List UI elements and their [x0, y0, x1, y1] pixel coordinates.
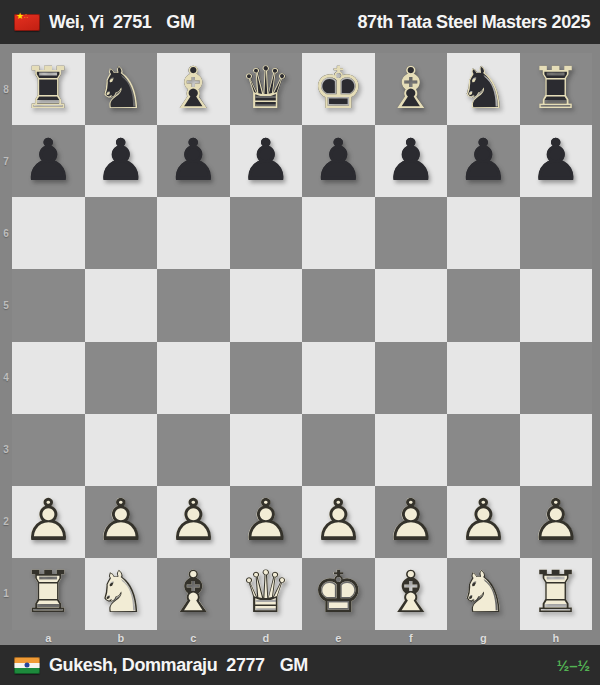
white-rook-icon: ♜♖ [520, 558, 593, 630]
file-label-g: g [447, 630, 520, 645]
square-a6 [12, 197, 85, 269]
square-b8: ♞♘ [85, 53, 158, 125]
white-pawn-icon: ♟♙ [157, 486, 230, 558]
square-d6 [230, 197, 303, 269]
square-e2: ♟♙ [302, 486, 375, 558]
black-bishop-icon: ♝♗ [157, 53, 230, 125]
bottom-player-info: Gukesh, Dommaraju 2777 GM [49, 655, 308, 676]
square-f7: ♟♙ [375, 125, 448, 197]
square-f8: ♝♗ [375, 53, 448, 125]
square-b6 [85, 197, 158, 269]
bottom-player-title: GM [280, 655, 308, 676]
white-pawn-icon: ♟♙ [85, 486, 158, 558]
rank-label-2: 2 [0, 486, 12, 558]
square-g7: ♟♙ [447, 125, 520, 197]
white-rook-icon: ♜♖ [12, 558, 85, 630]
black-pawn-icon: ♟♙ [157, 125, 230, 197]
square-d4 [230, 342, 303, 414]
rank-label-5: 5 [0, 269, 12, 341]
square-b3 [85, 414, 158, 486]
square-b5 [85, 269, 158, 341]
square-d5 [230, 269, 303, 341]
square-e5 [302, 269, 375, 341]
white-pawn-icon: ♟♙ [12, 486, 85, 558]
square-c4 [157, 342, 230, 414]
file-label-b: b [85, 630, 158, 645]
game-result: ½–½ [557, 657, 590, 674]
square-h7: ♟♙ [520, 125, 593, 197]
top-player-rating: 2751 [113, 12, 151, 33]
file-label-f: f [375, 630, 448, 645]
square-e7: ♟♙ [302, 125, 375, 197]
square-c2: ♟♙ [157, 486, 230, 558]
square-f2: ♟♙ [375, 486, 448, 558]
square-h5 [520, 269, 593, 341]
white-pawn-icon: ♟♙ [447, 486, 520, 558]
square-b4 [85, 342, 158, 414]
square-d2: ♟♙ [230, 486, 303, 558]
rank-label-7: 7 [0, 125, 12, 197]
black-rook-icon: ♜♖ [520, 53, 593, 125]
file-label-e: e [302, 630, 375, 645]
square-c3 [157, 414, 230, 486]
event-title: 87th Tata Steel Masters 2025 [357, 12, 590, 33]
black-king-icon: ♚♔ [302, 53, 375, 125]
rank-label-3: 3 [0, 414, 12, 486]
white-knight-icon: ♞♘ [85, 558, 158, 630]
rank-label-4: 4 [0, 342, 12, 414]
india-flag-icon [14, 657, 40, 674]
black-queen-icon: ♛♕ [230, 53, 303, 125]
square-b7: ♟♙ [85, 125, 158, 197]
top-player-title: GM [166, 12, 194, 33]
square-c5 [157, 269, 230, 341]
china-flag-icon [14, 14, 40, 31]
square-h2: ♟♙ [520, 486, 593, 558]
square-f6 [375, 197, 448, 269]
square-e1: ♚♔ [302, 558, 375, 630]
square-h1: ♜♖ [520, 558, 593, 630]
square-d7: ♟♙ [230, 125, 303, 197]
square-g4 [447, 342, 520, 414]
square-a3 [12, 414, 85, 486]
black-pawn-icon: ♟♙ [12, 125, 85, 197]
white-pawn-icon: ♟♙ [230, 486, 303, 558]
square-h8: ♜♖ [520, 53, 593, 125]
file-label-h: h [520, 630, 593, 645]
square-g5 [447, 269, 520, 341]
square-g2: ♟♙ [447, 486, 520, 558]
square-c6 [157, 197, 230, 269]
white-king-icon: ♚♔ [302, 558, 375, 630]
square-a2: ♟♙ [12, 486, 85, 558]
square-e6 [302, 197, 375, 269]
square-e4 [302, 342, 375, 414]
square-a8: ♜♖ [12, 53, 85, 125]
square-e3 [302, 414, 375, 486]
square-a5 [12, 269, 85, 341]
file-labels: abcdefgh [12, 630, 592, 645]
square-g6 [447, 197, 520, 269]
square-g3 [447, 414, 520, 486]
square-c7: ♟♙ [157, 125, 230, 197]
square-g1: ♞♘ [447, 558, 520, 630]
square-f1: ♝♗ [375, 558, 448, 630]
white-knight-icon: ♞♘ [447, 558, 520, 630]
rank-label-8: 8 [0, 53, 12, 125]
white-bishop-icon: ♝♗ [375, 558, 448, 630]
square-d8: ♛♕ [230, 53, 303, 125]
black-knight-icon: ♞♘ [447, 53, 520, 125]
square-a1: ♜♖ [12, 558, 85, 630]
bottom-player-rating: 2777 [226, 655, 264, 676]
square-c1: ♝♗ [157, 558, 230, 630]
square-h3 [520, 414, 593, 486]
white-pawn-icon: ♟♙ [302, 486, 375, 558]
board-region: 87654321 ♜♖♞♘♝♗♛♕♚♔♝♗♞♘♜♖♟♙♟♙♟♙♟♙♟♙♟♙♟♙♟… [0, 44, 600, 645]
square-b2: ♟♙ [85, 486, 158, 558]
black-bishop-icon: ♝♗ [375, 53, 448, 125]
square-e8: ♚♔ [302, 53, 375, 125]
top-player-bar: Wei, Yi 2751 GM 87th Tata Steel Masters … [0, 0, 600, 44]
square-h6 [520, 197, 593, 269]
square-a7: ♟♙ [12, 125, 85, 197]
file-label-a: a [12, 630, 85, 645]
top-player-info: Wei, Yi 2751 GM [49, 12, 195, 33]
white-pawn-icon: ♟♙ [375, 486, 448, 558]
square-c8: ♝♗ [157, 53, 230, 125]
square-f4 [375, 342, 448, 414]
square-b1: ♞♘ [85, 558, 158, 630]
black-rook-icon: ♜♖ [12, 53, 85, 125]
white-queen-icon: ♛♕ [230, 558, 303, 630]
square-a4 [12, 342, 85, 414]
rank-label-1: 1 [0, 558, 12, 630]
black-pawn-icon: ♟♙ [85, 125, 158, 197]
square-d3 [230, 414, 303, 486]
square-f3 [375, 414, 448, 486]
bottom-player-name: Gukesh, Dommaraju [49, 655, 217, 676]
black-pawn-icon: ♟♙ [302, 125, 375, 197]
square-h4 [520, 342, 593, 414]
top-player-name: Wei, Yi [49, 12, 104, 33]
square-d1: ♛♕ [230, 558, 303, 630]
square-g8: ♞♘ [447, 53, 520, 125]
file-label-c: c [157, 630, 230, 645]
white-pawn-icon: ♟♙ [520, 486, 593, 558]
black-knight-icon: ♞♘ [85, 53, 158, 125]
board-grid: ♜♖♞♘♝♗♛♕♚♔♝♗♞♘♜♖♟♙♟♙♟♙♟♙♟♙♟♙♟♙♟♙♟♙♟♙♟♙♟♙… [12, 53, 592, 630]
square-f5 [375, 269, 448, 341]
black-pawn-icon: ♟♙ [447, 125, 520, 197]
rank-label-6: 6 [0, 197, 12, 269]
black-pawn-icon: ♟♙ [520, 125, 593, 197]
rank-labels: 87654321 [0, 53, 12, 630]
black-pawn-icon: ♟♙ [230, 125, 303, 197]
black-pawn-icon: ♟♙ [375, 125, 448, 197]
file-label-d: d [230, 630, 303, 645]
white-bishop-icon: ♝♗ [157, 558, 230, 630]
bottom-player-bar: Gukesh, Dommaraju 2777 GM ½–½ [0, 645, 600, 685]
